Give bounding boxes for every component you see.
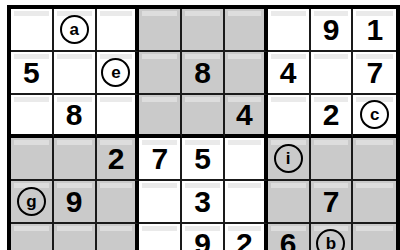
circled-letter-a: a: [60, 15, 89, 44]
cell-r3c4[interactable]: [139, 95, 182, 138]
cell-r5c7[interactable]: [268, 181, 311, 224]
given-digit: 8: [194, 58, 211, 88]
cell-r4c2[interactable]: [54, 138, 97, 181]
cell-r6c2[interactable]: [54, 224, 97, 250]
cell-r5c2[interactable]: 9: [54, 181, 97, 224]
cell-r3c6[interactable]: 4: [225, 95, 268, 138]
sudoku-puzzle-image: a915e847842c275ig937926b: [0, 0, 400, 250]
cell-r2c2[interactable]: [54, 52, 97, 95]
cell-r2c9[interactable]: 7: [353, 52, 396, 95]
cell-r5c5[interactable]: 3: [182, 181, 225, 224]
given-digit: 5: [194, 144, 211, 174]
cell-r6c5[interactable]: 9: [182, 224, 225, 250]
cell-r1c4[interactable]: [139, 9, 182, 52]
cell-r3c9[interactable]: c: [353, 95, 396, 138]
given-digit: 4: [236, 100, 253, 130]
cell-r1c6[interactable]: [225, 9, 268, 52]
given-digit: 9: [194, 229, 211, 250]
cell-r3c7[interactable]: [268, 95, 311, 138]
cell-r5c9[interactable]: [353, 181, 396, 224]
given-digit: 7: [323, 187, 340, 217]
cell-r2c5[interactable]: 8: [182, 52, 225, 95]
cell-r2c8[interactable]: [311, 52, 354, 95]
cell-r6c6[interactable]: 2: [225, 224, 268, 250]
cell-r2c1[interactable]: 5: [11, 52, 54, 95]
cell-r1c5[interactable]: [182, 9, 225, 52]
cell-r4c4[interactable]: 7: [139, 138, 182, 181]
cell-r2c4[interactable]: [139, 52, 182, 95]
cell-r1c9[interactable]: 1: [353, 9, 396, 52]
given-digit: 7: [151, 144, 168, 174]
cell-r5c1[interactable]: g: [11, 181, 54, 224]
cell-r5c8[interactable]: 7: [311, 181, 354, 224]
cell-r5c6[interactable]: [225, 181, 268, 224]
cell-r3c8[interactable]: 2: [311, 95, 354, 138]
cell-r2c7[interactable]: 4: [268, 52, 311, 95]
cell-r1c2[interactable]: a: [54, 9, 97, 52]
cell-r4c1[interactable]: [11, 138, 54, 181]
given-digit: 9: [323, 15, 340, 45]
given-digit: 3: [194, 187, 211, 217]
given-digit: 7: [366, 58, 383, 88]
given-digit: 4: [280, 58, 297, 88]
cell-r6c4[interactable]: [139, 224, 182, 250]
circled-letter-b: b: [316, 229, 345, 250]
cell-r1c3[interactable]: [97, 9, 140, 52]
cell-r4c3[interactable]: 2: [97, 138, 140, 181]
cell-r2c3[interactable]: e: [97, 52, 140, 95]
cell-r4c5[interactable]: 5: [182, 138, 225, 181]
cell-r3c5[interactable]: [182, 95, 225, 138]
circled-letter-c: c: [360, 100, 389, 129]
given-digit: 9: [66, 187, 83, 217]
cell-r1c8[interactable]: 9: [311, 9, 354, 52]
given-digit: 2: [108, 144, 125, 174]
circled-letter-e: e: [101, 58, 130, 87]
cell-r6c9[interactable]: [353, 224, 396, 250]
circled-letter-g: g: [17, 187, 46, 216]
sudoku-board: a915e847842c275ig937926b: [7, 5, 400, 250]
cell-r3c2[interactable]: 8: [54, 95, 97, 138]
cell-r3c1[interactable]: [11, 95, 54, 138]
cell-r4c8[interactable]: [311, 138, 354, 181]
cell-r1c7[interactable]: [268, 9, 311, 52]
given-digit: 1: [366, 15, 383, 45]
given-digit: 8: [66, 100, 83, 130]
given-digit: 6: [280, 229, 297, 250]
cell-r3c3[interactable]: [97, 95, 140, 138]
cell-r6c7[interactable]: 6: [268, 224, 311, 250]
cell-r2c6[interactable]: [225, 52, 268, 95]
circled-letter-i: i: [274, 144, 303, 173]
cell-r4c6[interactable]: [225, 138, 268, 181]
cell-r4c9[interactable]: [353, 138, 396, 181]
cell-r6c3[interactable]: [97, 224, 140, 250]
cell-r6c1[interactable]: [11, 224, 54, 250]
cell-r6c8[interactable]: b: [311, 224, 354, 250]
cell-r5c4[interactable]: [139, 181, 182, 224]
cell-r5c3[interactable]: [97, 181, 140, 224]
given-digit: 5: [23, 58, 40, 88]
cell-r1c1[interactable]: [11, 9, 54, 52]
cell-r4c7[interactable]: i: [268, 138, 311, 181]
given-digit: 2: [323, 100, 340, 130]
given-digit: 2: [236, 229, 253, 250]
